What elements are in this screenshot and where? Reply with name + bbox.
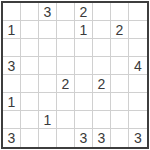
- cell-r6c3[interactable]: [39, 93, 57, 111]
- clue-cell-r2c5: 1: [75, 21, 93, 39]
- cell-r4c4[interactable]: [57, 57, 75, 75]
- cell-r1c6[interactable]: [93, 3, 111, 21]
- clue-cell-r8c8: 3: [129, 129, 147, 147]
- clue-cell-r8c1: 3: [3, 129, 21, 147]
- clue-cell-r5c4: 2: [57, 75, 75, 93]
- cell-r7c6[interactable]: [93, 111, 111, 129]
- cell-r1c1[interactable]: [3, 3, 21, 21]
- cell-r2c3[interactable]: [39, 21, 57, 39]
- cell-r8c3[interactable]: [39, 129, 57, 147]
- cell-r5c2[interactable]: [21, 75, 39, 93]
- cell-r5c7[interactable]: [111, 75, 129, 93]
- cell-r3c1[interactable]: [3, 39, 21, 57]
- cell-r4c7[interactable]: [111, 57, 129, 75]
- cell-r7c7[interactable]: [111, 111, 129, 129]
- clue-cell-r5c6: 2: [93, 75, 111, 93]
- clue-cell-r8c5: 3: [75, 129, 93, 147]
- cell-r5c1[interactable]: [3, 75, 21, 93]
- cell-r6c7[interactable]: [111, 93, 129, 111]
- cell-r1c7[interactable]: [111, 3, 129, 21]
- cell-r3c6[interactable]: [93, 39, 111, 57]
- cell-r1c8[interactable]: [129, 3, 147, 21]
- cell-r1c4[interactable]: [57, 3, 75, 21]
- clue-cell-r1c5: 2: [75, 3, 93, 21]
- cell-r7c8[interactable]: [129, 111, 147, 129]
- cell-r2c8[interactable]: [129, 21, 147, 39]
- cell-r5c3[interactable]: [39, 75, 57, 93]
- cell-r2c2[interactable]: [21, 21, 39, 39]
- cell-r3c2[interactable]: [21, 39, 39, 57]
- cell-r2c6[interactable]: [93, 21, 111, 39]
- cell-r6c6[interactable]: [93, 93, 111, 111]
- clue-cell-r7c3: 1: [39, 111, 57, 129]
- cell-r3c4[interactable]: [57, 39, 75, 57]
- cell-r6c2[interactable]: [21, 93, 39, 111]
- cell-r4c6[interactable]: [93, 57, 111, 75]
- cell-r8c4[interactable]: [57, 129, 75, 147]
- clue-cell-r1c3: 3: [39, 3, 57, 21]
- cell-r5c5[interactable]: [75, 75, 93, 93]
- clue-cell-r8c6: 3: [93, 129, 111, 147]
- cell-r3c7[interactable]: [111, 39, 129, 57]
- minesweeper-board: 321123422113333: [1, 1, 149, 149]
- cell-r7c1[interactable]: [3, 111, 21, 129]
- cell-r1c2[interactable]: [21, 3, 39, 21]
- clue-cell-r6c1: 1: [3, 93, 21, 111]
- cell-r8c2[interactable]: [21, 129, 39, 147]
- cell-r7c5[interactable]: [75, 111, 93, 129]
- cell-r4c3[interactable]: [39, 57, 57, 75]
- clue-cell-r2c7: 2: [111, 21, 129, 39]
- cell-r8c7[interactable]: [111, 129, 129, 147]
- cell-r7c2[interactable]: [21, 111, 39, 129]
- cell-r3c8[interactable]: [129, 39, 147, 57]
- cell-r5c8[interactable]: [129, 75, 147, 93]
- cell-r3c5[interactable]: [75, 39, 93, 57]
- clue-cell-r4c8: 4: [129, 57, 147, 75]
- cell-r4c5[interactable]: [75, 57, 93, 75]
- cell-r6c4[interactable]: [57, 93, 75, 111]
- clue-cell-r2c1: 1: [3, 21, 21, 39]
- cell-r3c3[interactable]: [39, 39, 57, 57]
- cell-r7c4[interactable]: [57, 111, 75, 129]
- cell-r6c8[interactable]: [129, 93, 147, 111]
- cell-r2c4[interactable]: [57, 21, 75, 39]
- cell-r6c5[interactable]: [75, 93, 93, 111]
- clue-cell-r4c1: 3: [3, 57, 21, 75]
- cell-r4c2[interactable]: [21, 57, 39, 75]
